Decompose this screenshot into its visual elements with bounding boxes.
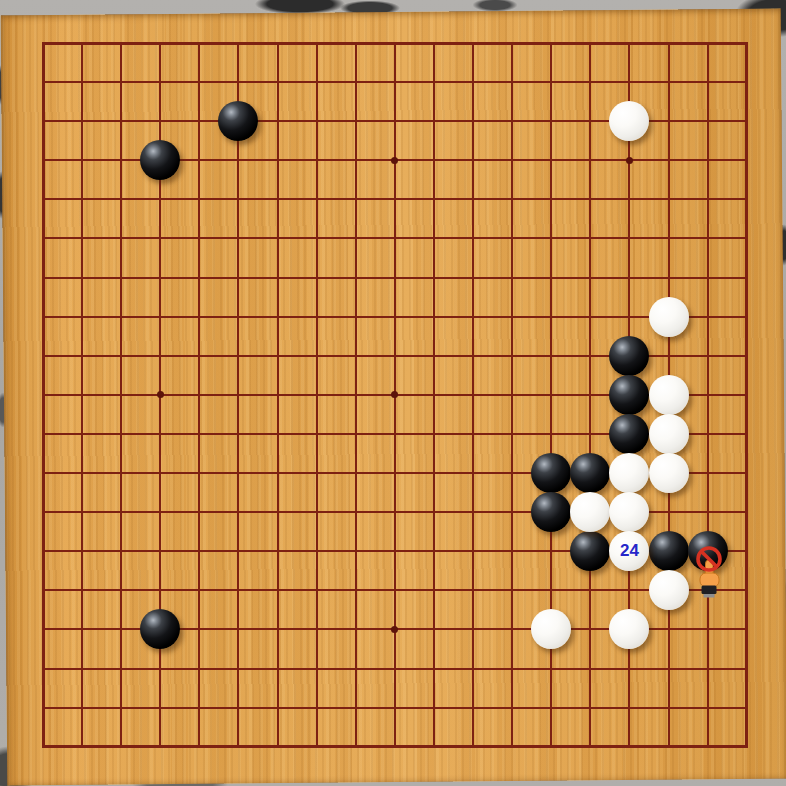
black-stone	[570, 531, 610, 571]
background: 24	[0, 0, 786, 786]
grid-line	[589, 42, 591, 748]
grid-line	[433, 42, 435, 748]
grid-line	[42, 745, 748, 748]
black-stone	[218, 101, 258, 141]
go-board[interactable]: 24	[42, 42, 748, 748]
star-point	[157, 391, 164, 398]
black-stone	[609, 414, 649, 454]
black-stone	[531, 453, 571, 493]
white-stone	[649, 375, 689, 415]
white-stone: 24	[609, 531, 649, 571]
star-point	[391, 626, 398, 633]
black-stone	[140, 609, 180, 649]
white-stone	[609, 492, 649, 532]
white-stone	[609, 101, 649, 141]
grid-line	[472, 42, 474, 748]
white-stone	[609, 453, 649, 493]
black-stone	[649, 531, 689, 571]
grid-line	[42, 589, 748, 591]
grid-line	[42, 707, 748, 709]
grid-line	[511, 42, 513, 748]
grid-line	[745, 42, 748, 748]
star-point	[391, 391, 398, 398]
cursor-graphic	[691, 544, 727, 600]
white-stone	[649, 297, 689, 337]
white-stone	[649, 570, 689, 610]
cursor-cuff	[702, 586, 717, 595]
black-stone	[609, 336, 649, 376]
star-point	[391, 157, 398, 164]
black-stone	[570, 453, 610, 493]
black-stone	[531, 492, 571, 532]
white-stone	[609, 609, 649, 649]
black-stone	[140, 140, 180, 180]
star-point	[626, 157, 633, 164]
grid-line	[42, 668, 748, 670]
white-stone	[531, 609, 571, 649]
move-number-label: 24	[609, 531, 649, 571]
grid-line	[707, 42, 709, 748]
white-stone	[570, 492, 610, 532]
white-stone	[649, 414, 689, 454]
black-stone	[609, 375, 649, 415]
white-stone	[649, 453, 689, 493]
forbidden-move-cursor	[691, 544, 727, 600]
